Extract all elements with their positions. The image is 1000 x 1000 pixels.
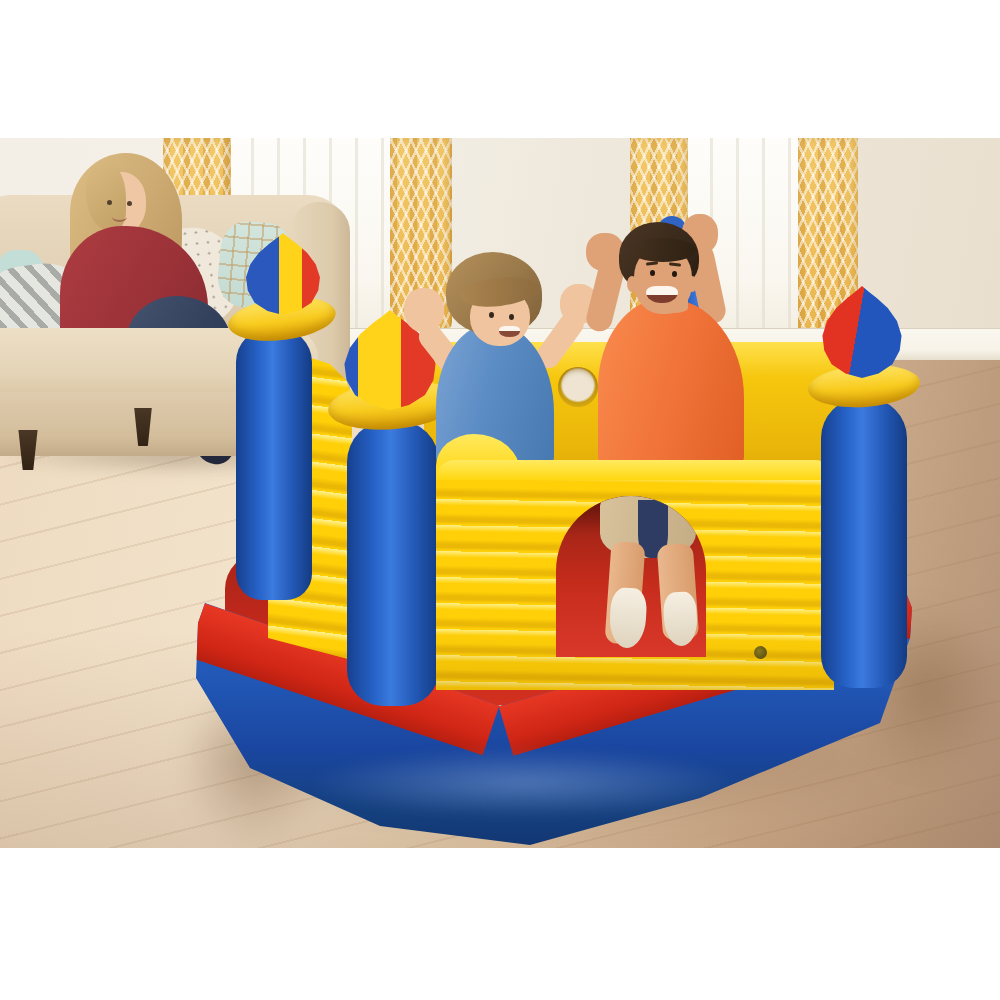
- porthole-window: [558, 367, 598, 407]
- child1-fist: [404, 288, 444, 332]
- child1-eye: [509, 314, 514, 320]
- child2-white-sock: [608, 587, 647, 649]
- woman-eye: [127, 201, 132, 206]
- screenshot-canvas: [0, 0, 1000, 1000]
- tower-right-column: [821, 398, 907, 688]
- child2-ear: [687, 276, 697, 292]
- inflation-valve: [754, 646, 767, 659]
- woman-smile: [112, 212, 127, 222]
- child1-eye: [489, 312, 494, 318]
- castle-front-wall: [436, 434, 834, 690]
- child2-hair-fringe: [630, 238, 696, 262]
- tower-front-left-column: [347, 420, 439, 706]
- woman-eye: [107, 200, 112, 205]
- arched-doorway: [556, 496, 706, 657]
- child2-eye: [672, 271, 677, 277]
- tower-back-left-column: [236, 328, 312, 600]
- child2-eye: [650, 270, 655, 276]
- child2-ear: [627, 276, 637, 292]
- product-photo: [0, 138, 1000, 848]
- child1-smile: [499, 326, 520, 337]
